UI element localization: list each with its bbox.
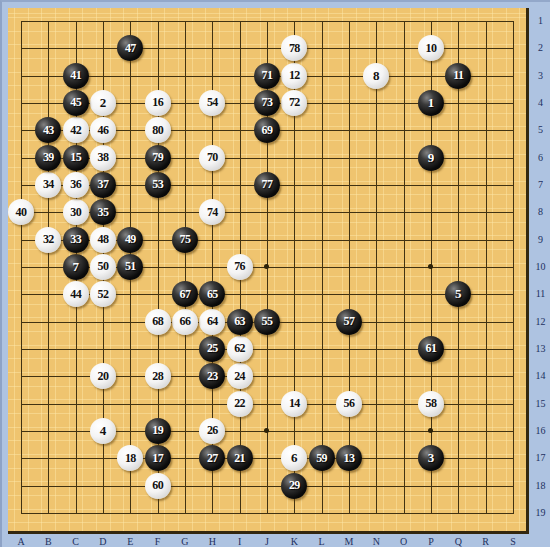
move-number: 39 [43,150,54,165]
row-label-8: 8 [529,206,550,218]
stone-black-11-Q3: 11 [445,63,471,89]
move-number: 22 [234,396,245,411]
move-number: 58 [426,396,437,411]
move-number: 18 [125,451,136,466]
column-label-M: M [341,536,357,547]
stone-white-16-F4: 16 [145,90,171,116]
stone-black-75-G9: 75 [172,227,198,253]
move-number: 59 [316,451,327,466]
move-number: 49 [125,232,136,247]
stone-white-58-P15: 58 [418,391,444,417]
stone-black-79-F6: 79 [145,145,171,171]
move-number: 34 [43,177,54,192]
move-number: 11 [453,68,463,83]
star-point-J16 [264,428,269,433]
move-number: 54 [207,95,218,110]
stone-black-25-H13: 25 [199,336,225,362]
move-number: 10 [426,41,437,56]
move-number: 47 [125,41,136,56]
grid-line-vertical [513,21,514,514]
move-number: 35 [98,205,109,220]
stone-white-66-G12: 66 [172,309,198,335]
stone-black-37-D7: 37 [90,172,116,198]
star-point-J10 [264,264,269,269]
stone-black-63-I12: 63 [227,309,253,335]
stone-black-21-I17: 21 [227,445,253,471]
move-number: 7 [72,259,79,275]
move-number: 9 [428,150,435,166]
go-board[interactable]: 1234567891011121314151617181920212223242… [8,8,529,534]
row-label-7: 7 [529,179,550,191]
move-number: 80 [152,123,163,138]
stone-white-36-C7: 36 [63,172,89,198]
stone-white-10-P2: 10 [418,35,444,61]
move-number: 43 [43,123,54,138]
column-label-K: K [286,536,302,547]
go-app-window: 1234567891011121314151617181920212223242… [0,0,550,547]
stone-white-24-I14: 24 [227,363,253,389]
column-label-B: B [40,536,56,547]
grid-line-vertical [376,21,377,514]
move-number: 50 [98,259,109,274]
move-number: 53 [152,177,163,192]
move-number: 60 [152,478,163,493]
stone-white-2-D4: 2 [90,90,116,116]
stone-white-28-F14: 28 [145,363,171,389]
row-label-10: 10 [529,261,550,273]
move-number: 20 [98,369,109,384]
stone-black-47-E2: 47 [117,35,143,61]
move-number: 33 [70,232,81,247]
row-label-4: 4 [529,97,550,109]
grid-line-horizontal [21,513,514,514]
stone-white-46-D5: 46 [90,117,116,143]
row-label-14: 14 [529,370,550,382]
grid-line-vertical [349,21,350,514]
stone-black-51-E10: 51 [117,254,143,280]
move-number: 23 [207,369,218,384]
stone-black-1-P4: 1 [418,90,444,116]
stone-white-30-C8: 30 [63,199,89,225]
stone-black-3-P17: 3 [418,445,444,471]
stone-white-50-D10: 50 [90,254,116,280]
stone-white-80-F5: 80 [145,117,171,143]
stone-black-27-H17: 27 [199,445,225,471]
stone-black-71-J3: 71 [254,63,280,89]
move-number: 36 [70,177,81,192]
row-label-16: 16 [529,425,550,437]
column-label-H: H [204,536,220,547]
move-number: 45 [70,95,81,110]
stone-white-64-H12: 64 [199,309,225,335]
row-coordinate-strip: 12345678910111213141516171819 [529,2,550,534]
stone-black-77-J7: 77 [254,172,280,198]
row-label-6: 6 [529,152,550,164]
star-point-P10 [428,264,433,269]
column-label-G: G [177,536,193,547]
stone-white-12-K3: 12 [281,63,307,89]
move-number: 27 [207,451,218,466]
grid-line-horizontal [21,486,514,487]
stone-white-48-D9: 48 [90,227,116,253]
stone-black-9-P6: 9 [418,145,444,171]
row-label-19: 19 [529,507,550,519]
row-label-15: 15 [529,398,550,410]
row-label-17: 17 [529,452,550,464]
stone-black-23-H14: 23 [199,363,225,389]
stone-white-70-H6: 70 [199,145,225,171]
move-number: 72 [289,95,300,110]
stone-white-60-F18: 60 [145,473,171,499]
column-label-C: C [68,536,84,547]
move-number: 4 [100,423,107,439]
move-number: 1 [428,95,435,111]
row-label-12: 12 [529,316,550,328]
stone-white-72-K4: 72 [281,90,307,116]
stone-white-18-E17: 18 [117,445,143,471]
move-number: 41 [70,68,81,83]
move-number: 40 [16,205,27,220]
stone-white-38-D6: 38 [90,145,116,171]
move-number: 13 [344,451,355,466]
move-number: 30 [70,205,81,220]
stone-white-44-C11: 44 [63,281,89,307]
column-label-F: F [150,536,166,547]
move-number: 14 [289,396,300,411]
row-label-5: 5 [529,124,550,136]
stone-black-57-M12: 57 [336,309,362,335]
stone-white-40-A8: 40 [8,199,34,225]
stone-white-76-I10: 76 [227,254,253,280]
move-number: 69 [262,123,273,138]
move-number: 2 [100,95,107,111]
column-coordinate-strip: ABCDEFGHIJKLMNOPQRS [2,533,550,547]
stone-black-59-L17: 59 [309,445,335,471]
move-number: 65 [207,287,218,302]
move-number: 55 [262,314,273,329]
move-number: 38 [98,150,109,165]
stone-black-39-B6: 39 [35,145,61,171]
stone-black-67-G11: 67 [172,281,198,307]
stone-black-61-P13: 61 [418,336,444,362]
move-number: 76 [234,259,245,274]
move-number: 28 [152,369,163,384]
move-number: 46 [98,123,109,138]
grid-line-vertical [458,21,459,514]
column-label-I: I [232,536,248,547]
stone-white-54-H4: 54 [199,90,225,116]
move-number: 24 [234,369,245,384]
stone-black-33-C9: 33 [63,227,89,253]
stone-white-74-H8: 74 [199,199,225,225]
column-label-J: J [259,536,275,547]
stone-black-43-B5: 43 [35,117,61,143]
stone-black-41-C3: 41 [63,63,89,89]
move-number: 37 [98,177,109,192]
stone-white-32-B9: 32 [35,227,61,253]
move-number: 57 [344,314,355,329]
stone-white-20-D14: 20 [90,363,116,389]
column-label-R: R [478,536,494,547]
grid-line-vertical [486,21,487,514]
stone-black-49-E9: 49 [117,227,143,253]
row-label-1: 1 [529,15,550,27]
move-number: 42 [70,123,81,138]
row-label-3: 3 [529,70,550,82]
move-number: 17 [152,451,163,466]
row-label-13: 13 [529,343,550,355]
move-number: 3 [428,450,435,466]
move-number: 12 [289,68,300,83]
stone-white-62-I13: 62 [227,336,253,362]
column-label-N: N [368,536,384,547]
stone-black-53-F7: 53 [145,172,171,198]
stone-white-52-D11: 52 [90,281,116,307]
move-number: 15 [70,150,81,165]
column-label-D: D [95,536,111,547]
stone-white-42-C5: 42 [63,117,89,143]
column-label-E: E [122,536,138,547]
stone-white-4-D16: 4 [90,418,116,444]
move-number: 51 [125,259,136,274]
column-label-Q: Q [450,536,466,547]
stone-white-56-M15: 56 [336,391,362,417]
stone-black-17-F17: 17 [145,445,171,471]
stone-black-45-C4: 45 [63,90,89,116]
stone-black-65-H11: 65 [199,281,225,307]
move-number: 19 [152,423,163,438]
star-point-P16 [428,428,433,433]
stone-white-78-K2: 78 [281,35,307,61]
row-label-2: 2 [529,42,550,54]
move-number: 62 [234,341,245,356]
move-number: 6 [291,450,298,466]
column-label-L: L [314,536,330,547]
move-number: 63 [234,314,245,329]
move-number: 75 [180,232,191,247]
move-number: 64 [207,314,218,329]
move-number: 25 [207,341,218,356]
move-number: 5 [455,286,462,302]
move-number: 56 [344,396,355,411]
row-label-11: 11 [529,288,550,300]
stone-white-8-N3: 8 [363,63,389,89]
move-number: 8 [373,68,380,84]
move-number: 73 [262,95,273,110]
row-label-9: 9 [529,234,550,246]
stone-black-73-J4: 73 [254,90,280,116]
grid-line-vertical [322,21,323,514]
stone-black-55-J12: 55 [254,309,280,335]
move-number: 26 [207,423,218,438]
move-number: 74 [207,205,218,220]
stone-white-14-K15: 14 [281,391,307,417]
move-number: 71 [262,68,273,83]
move-number: 77 [262,177,273,192]
stone-black-13-M17: 13 [336,445,362,471]
stone-white-22-I15: 22 [227,391,253,417]
stone-white-34-B7: 34 [35,172,61,198]
move-number: 44 [70,287,81,302]
stone-black-5-Q11: 5 [445,281,471,307]
move-number: 68 [152,314,163,329]
move-number: 67 [180,287,191,302]
stone-black-35-D8: 35 [90,199,116,225]
stone-black-69-J5: 69 [254,117,280,143]
stone-white-6-K17: 6 [281,445,307,471]
move-number: 79 [152,150,163,165]
column-label-O: O [396,536,412,547]
stone-black-7-C10: 7 [63,254,89,280]
move-number: 66 [180,314,191,329]
column-label-A: A [13,536,29,547]
move-number: 70 [207,150,218,165]
move-number: 32 [43,232,54,247]
move-number: 16 [152,95,163,110]
stone-black-29-K18: 29 [281,473,307,499]
grid-line-vertical [404,21,405,514]
stone-white-68-F12: 68 [145,309,171,335]
move-number: 61 [426,341,437,356]
move-number: 29 [289,478,300,493]
stone-white-26-H16: 26 [199,418,225,444]
column-label-S: S [505,536,521,547]
row-label-18: 18 [529,480,550,492]
move-number: 78 [289,41,300,56]
move-number: 48 [98,232,109,247]
stone-black-19-F16: 19 [145,418,171,444]
move-number: 52 [98,287,109,302]
stone-black-15-C6: 15 [63,145,89,171]
column-label-P: P [423,536,439,547]
move-number: 21 [234,451,245,466]
